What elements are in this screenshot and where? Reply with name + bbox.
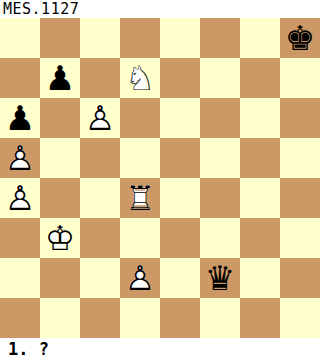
square-e5[interactable] bbox=[160, 138, 200, 178]
square-c3[interactable] bbox=[80, 218, 120, 258]
square-d2[interactable]: ♟♙ bbox=[120, 258, 160, 298]
square-g2[interactable] bbox=[240, 258, 280, 298]
white-pawn-glyph: ♙ bbox=[5, 138, 35, 178]
square-a1[interactable] bbox=[0, 298, 40, 338]
black-pawn[interactable]: ♟ bbox=[45, 58, 75, 98]
square-c4[interactable] bbox=[80, 178, 120, 218]
square-e4[interactable] bbox=[160, 178, 200, 218]
square-g1[interactable] bbox=[240, 298, 280, 338]
square-f3[interactable] bbox=[200, 218, 240, 258]
square-g3[interactable] bbox=[240, 218, 280, 258]
square-c8[interactable] bbox=[80, 18, 120, 58]
square-a7[interactable] bbox=[0, 58, 40, 98]
white-knight-glyph: ♘ bbox=[125, 58, 155, 98]
square-g6[interactable] bbox=[240, 98, 280, 138]
square-e2[interactable] bbox=[160, 258, 200, 298]
square-d8[interactable] bbox=[120, 18, 160, 58]
white-pawn-glyph: ♙ bbox=[5, 178, 35, 218]
chess-board[interactable]: ♚♟♞♘♟♟♙♟♙♟♙♜♖♚♔♟♙♛ bbox=[0, 18, 320, 338]
square-c1[interactable] bbox=[80, 298, 120, 338]
diagram-title: MES.1127 bbox=[3, 0, 79, 18]
white-pawn[interactable]: ♟♙ bbox=[5, 138, 35, 178]
square-h6[interactable] bbox=[280, 98, 320, 138]
square-e8[interactable] bbox=[160, 18, 200, 58]
square-f1[interactable] bbox=[200, 298, 240, 338]
square-a8[interactable] bbox=[0, 18, 40, 58]
square-g8[interactable] bbox=[240, 18, 280, 58]
square-d4[interactable]: ♜♖ bbox=[120, 178, 160, 218]
square-h8[interactable]: ♚ bbox=[280, 18, 320, 58]
square-d1[interactable] bbox=[120, 298, 160, 338]
white-pawn-glyph: ♙ bbox=[125, 258, 155, 298]
square-f8[interactable] bbox=[200, 18, 240, 58]
move-prompt: 1. ? bbox=[8, 338, 49, 360]
white-rook-glyph: ♖ bbox=[125, 178, 155, 218]
square-b3[interactable]: ♚♔ bbox=[40, 218, 80, 258]
black-king[interactable]: ♚ bbox=[285, 18, 315, 58]
square-e1[interactable] bbox=[160, 298, 200, 338]
square-h5[interactable] bbox=[280, 138, 320, 178]
square-c2[interactable] bbox=[80, 258, 120, 298]
white-king[interactable]: ♚♔ bbox=[45, 218, 75, 258]
square-d7[interactable]: ♞♘ bbox=[120, 58, 160, 98]
square-a5[interactable]: ♟♙ bbox=[0, 138, 40, 178]
square-a2[interactable] bbox=[0, 258, 40, 298]
square-b7[interactable]: ♟ bbox=[40, 58, 80, 98]
square-d5[interactable] bbox=[120, 138, 160, 178]
square-h3[interactable] bbox=[280, 218, 320, 258]
square-g4[interactable] bbox=[240, 178, 280, 218]
square-a4[interactable]: ♟♙ bbox=[0, 178, 40, 218]
white-king-glyph: ♔ bbox=[45, 218, 75, 258]
square-c6[interactable]: ♟♙ bbox=[80, 98, 120, 138]
square-f6[interactable] bbox=[200, 98, 240, 138]
square-f7[interactable] bbox=[200, 58, 240, 98]
square-g7[interactable] bbox=[240, 58, 280, 98]
square-f2[interactable]: ♛ bbox=[200, 258, 240, 298]
square-d6[interactable] bbox=[120, 98, 160, 138]
square-a3[interactable] bbox=[0, 218, 40, 258]
square-e7[interactable] bbox=[160, 58, 200, 98]
square-b5[interactable] bbox=[40, 138, 80, 178]
square-c5[interactable] bbox=[80, 138, 120, 178]
white-knight[interactable]: ♞♘ bbox=[125, 58, 155, 98]
square-h7[interactable] bbox=[280, 58, 320, 98]
square-e3[interactable] bbox=[160, 218, 200, 258]
square-g5[interactable] bbox=[240, 138, 280, 178]
white-pawn-glyph: ♙ bbox=[85, 98, 115, 138]
square-f4[interactable] bbox=[200, 178, 240, 218]
white-pawn[interactable]: ♟♙ bbox=[5, 178, 35, 218]
black-queen[interactable]: ♛ bbox=[205, 258, 235, 298]
square-h1[interactable] bbox=[280, 298, 320, 338]
square-c7[interactable] bbox=[80, 58, 120, 98]
square-e6[interactable] bbox=[160, 98, 200, 138]
square-b6[interactable] bbox=[40, 98, 80, 138]
square-d3[interactable] bbox=[120, 218, 160, 258]
square-b8[interactable] bbox=[40, 18, 80, 58]
square-f5[interactable] bbox=[200, 138, 240, 178]
square-a6[interactable]: ♟ bbox=[0, 98, 40, 138]
square-b1[interactable] bbox=[40, 298, 80, 338]
square-h4[interactable] bbox=[280, 178, 320, 218]
white-pawn[interactable]: ♟♙ bbox=[125, 258, 155, 298]
square-b4[interactable] bbox=[40, 178, 80, 218]
square-h2[interactable] bbox=[280, 258, 320, 298]
square-b2[interactable] bbox=[40, 258, 80, 298]
white-pawn[interactable]: ♟♙ bbox=[85, 98, 115, 138]
black-pawn[interactable]: ♟ bbox=[5, 98, 35, 138]
white-rook[interactable]: ♜♖ bbox=[125, 178, 155, 218]
